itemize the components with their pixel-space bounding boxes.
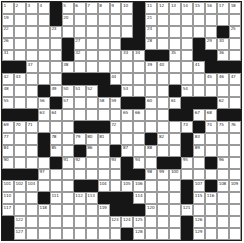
white-cell[interactable]: 78: [50, 133, 62, 145]
white-cell[interactable]: 17: [217, 2, 229, 14]
white-cell[interactable]: 27: [74, 38, 86, 50]
white-cell[interactable]: 63: [38, 109, 50, 121]
white-cell[interactable]: [26, 85, 38, 97]
white-cell[interactable]: [205, 204, 217, 216]
white-cell[interactable]: 54: [181, 85, 193, 97]
white-cell[interactable]: 113: [86, 192, 98, 204]
white-cell[interactable]: 76: [229, 121, 241, 133]
white-cell[interactable]: 103: [26, 180, 38, 192]
white-cell[interactable]: [86, 38, 98, 50]
white-cell[interactable]: 58: [98, 97, 110, 109]
white-cell[interactable]: 86: [86, 145, 98, 157]
white-cell[interactable]: 82: [157, 133, 169, 145]
white-cell[interactable]: [62, 133, 74, 145]
white-cell[interactable]: [98, 14, 110, 26]
white-cell[interactable]: 121: [181, 204, 193, 216]
white-cell[interactable]: [110, 38, 122, 50]
white-cell[interactable]: 74: [205, 121, 217, 133]
white-cell[interactable]: [157, 97, 169, 109]
white-cell[interactable]: 64: [50, 109, 62, 121]
white-cell[interactable]: 20: [62, 14, 74, 26]
white-cell[interactable]: 116: [205, 192, 217, 204]
white-cell[interactable]: [229, 50, 241, 62]
white-cell[interactable]: [169, 121, 181, 133]
white-cell[interactable]: [38, 180, 50, 192]
white-cell[interactable]: [86, 50, 98, 62]
white-cell[interactable]: [50, 38, 62, 50]
white-cell[interactable]: 118: [38, 204, 50, 216]
white-cell[interactable]: [169, 73, 181, 85]
white-cell[interactable]: 109: [229, 180, 241, 192]
white-cell[interactable]: 45: [205, 73, 217, 85]
white-cell[interactable]: 105: [121, 180, 133, 192]
white-cell[interactable]: 75: [217, 121, 229, 133]
white-cell[interactable]: 19: [2, 14, 14, 26]
white-cell[interactable]: [145, 228, 157, 240]
white-cell[interactable]: [74, 61, 86, 73]
white-cell[interactable]: [229, 192, 241, 204]
white-cell[interactable]: 120: [145, 204, 157, 216]
white-cell[interactable]: 117: [2, 204, 14, 216]
white-cell[interactable]: 31: [2, 50, 14, 62]
white-cell[interactable]: [74, 14, 86, 26]
white-cell[interactable]: [62, 26, 74, 38]
white-cell[interactable]: [26, 97, 38, 109]
white-cell[interactable]: 81: [98, 133, 110, 145]
white-cell[interactable]: [62, 121, 74, 133]
white-cell[interactable]: [229, 216, 241, 228]
white-cell[interactable]: 85: [50, 145, 62, 157]
white-cell[interactable]: 18: [229, 2, 241, 14]
white-cell[interactable]: [157, 192, 169, 204]
white-cell[interactable]: [86, 97, 98, 109]
white-cell[interactable]: [205, 133, 217, 145]
white-cell[interactable]: [62, 204, 74, 216]
white-cell[interactable]: [110, 61, 122, 73]
white-cell[interactable]: [86, 216, 98, 228]
white-cell[interactable]: [121, 26, 133, 38]
white-cell[interactable]: 46: [217, 73, 229, 85]
white-cell[interactable]: 68: [205, 109, 217, 121]
white-cell[interactable]: 16: [205, 2, 217, 14]
white-cell[interactable]: [205, 26, 217, 38]
white-cell[interactable]: 96: [217, 157, 229, 169]
white-cell[interactable]: [205, 228, 217, 240]
white-cell[interactable]: 126: [193, 216, 205, 228]
white-cell[interactable]: [217, 133, 229, 145]
white-cell[interactable]: 108: [217, 180, 229, 192]
white-cell[interactable]: [98, 145, 110, 157]
white-cell[interactable]: 66: [133, 109, 145, 121]
white-cell[interactable]: 36: [217, 50, 229, 62]
white-cell[interactable]: [157, 204, 169, 216]
white-cell[interactable]: [98, 61, 110, 73]
white-cell[interactable]: 57: [62, 97, 74, 109]
white-cell[interactable]: 79: [74, 133, 86, 145]
white-cell[interactable]: 15: [193, 2, 205, 14]
white-cell[interactable]: 90: [2, 157, 14, 169]
white-cell[interactable]: [38, 61, 50, 73]
white-cell[interactable]: 125: [133, 216, 145, 228]
white-cell[interactable]: [14, 204, 26, 216]
white-cell[interactable]: [62, 228, 74, 240]
white-cell[interactable]: [86, 228, 98, 240]
white-cell[interactable]: [26, 133, 38, 145]
white-cell[interactable]: [229, 14, 241, 26]
white-cell[interactable]: [169, 228, 181, 240]
white-cell[interactable]: [110, 109, 122, 121]
white-cell[interactable]: 48: [2, 85, 14, 97]
white-cell[interactable]: 84: [2, 145, 14, 157]
white-cell[interactable]: [86, 204, 98, 216]
white-cell[interactable]: [193, 169, 205, 181]
white-cell[interactable]: 89: [193, 145, 205, 157]
white-cell[interactable]: [205, 145, 217, 157]
white-cell[interactable]: [26, 145, 38, 157]
white-cell[interactable]: [50, 61, 62, 73]
white-cell[interactable]: [157, 216, 169, 228]
white-cell[interactable]: [74, 228, 86, 240]
white-cell[interactable]: [121, 133, 133, 145]
white-cell[interactable]: [217, 216, 229, 228]
white-cell[interactable]: [110, 26, 122, 38]
white-cell[interactable]: 2: [14, 2, 26, 14]
white-cell[interactable]: [217, 228, 229, 240]
white-cell[interactable]: [74, 216, 86, 228]
white-cell[interactable]: [169, 14, 181, 26]
white-cell[interactable]: 94: [133, 157, 145, 169]
white-cell[interactable]: [205, 169, 217, 181]
white-cell[interactable]: 80: [86, 133, 98, 145]
white-cell[interactable]: [98, 109, 110, 121]
white-cell[interactable]: [133, 121, 145, 133]
white-cell[interactable]: [62, 109, 74, 121]
white-cell[interactable]: 99: [157, 169, 169, 181]
white-cell[interactable]: [217, 169, 229, 181]
white-cell[interactable]: [110, 228, 122, 240]
white-cell[interactable]: [145, 180, 157, 192]
white-cell[interactable]: [14, 50, 26, 62]
white-cell[interactable]: 93: [110, 157, 122, 169]
white-cell[interactable]: 91: [62, 157, 74, 169]
white-cell[interactable]: [38, 73, 50, 85]
white-cell[interactable]: [86, 26, 98, 38]
white-cell[interactable]: 70: [14, 121, 26, 133]
white-cell[interactable]: [145, 73, 157, 85]
white-cell[interactable]: [229, 145, 241, 157]
white-cell[interactable]: [50, 73, 62, 85]
white-cell[interactable]: 122: [14, 216, 26, 228]
white-cell[interactable]: [74, 109, 86, 121]
white-cell[interactable]: 72: [110, 121, 122, 133]
white-cell[interactable]: [229, 157, 241, 169]
white-cell[interactable]: 129: [193, 228, 205, 240]
white-cell[interactable]: 1: [2, 2, 14, 14]
white-cell[interactable]: 4: [38, 2, 50, 14]
white-cell[interactable]: [145, 192, 157, 204]
white-cell[interactable]: [157, 38, 169, 50]
white-cell[interactable]: [181, 50, 193, 62]
white-cell[interactable]: 71: [26, 121, 38, 133]
white-cell[interactable]: 39: [145, 61, 157, 73]
white-cell[interactable]: [169, 204, 181, 216]
white-cell[interactable]: [38, 38, 50, 50]
white-cell[interactable]: [38, 157, 50, 169]
white-cell[interactable]: [229, 85, 241, 97]
white-cell[interactable]: [217, 85, 229, 97]
white-cell[interactable]: [62, 169, 74, 181]
white-cell[interactable]: [157, 14, 169, 26]
white-cell[interactable]: [157, 228, 169, 240]
white-cell[interactable]: [38, 216, 50, 228]
white-cell[interactable]: [98, 38, 110, 50]
white-cell[interactable]: [110, 50, 122, 62]
white-cell[interactable]: [86, 61, 98, 73]
white-cell[interactable]: 29: [205, 38, 217, 50]
white-cell[interactable]: [169, 61, 181, 73]
white-cell[interactable]: [205, 216, 217, 228]
white-cell[interactable]: [62, 145, 74, 157]
white-cell[interactable]: [38, 228, 50, 240]
white-cell[interactable]: [74, 204, 86, 216]
white-cell[interactable]: 51: [74, 85, 86, 97]
white-cell[interactable]: [110, 169, 122, 181]
white-cell[interactable]: [14, 133, 26, 145]
white-cell[interactable]: [145, 109, 157, 121]
white-cell[interactable]: 124: [121, 216, 133, 228]
white-cell[interactable]: [38, 14, 50, 26]
white-cell[interactable]: 77: [2, 133, 14, 145]
white-cell[interactable]: 127: [14, 228, 26, 240]
white-cell[interactable]: [229, 97, 241, 109]
white-cell[interactable]: [26, 157, 38, 169]
white-cell[interactable]: 53: [121, 85, 133, 97]
white-cell[interactable]: 28: [145, 38, 157, 50]
white-cell[interactable]: [26, 26, 38, 38]
white-cell[interactable]: 44: [110, 73, 122, 85]
white-cell[interactable]: 111: [50, 192, 62, 204]
white-cell[interactable]: [193, 204, 205, 216]
white-cell[interactable]: 49: [50, 85, 62, 97]
white-cell[interactable]: [121, 121, 133, 133]
white-cell[interactable]: 41: [193, 61, 205, 73]
white-cell[interactable]: [50, 169, 62, 181]
white-cell[interactable]: [193, 157, 205, 169]
white-cell[interactable]: 67: [193, 109, 205, 121]
white-cell[interactable]: 25: [229, 26, 241, 38]
white-cell[interactable]: [169, 38, 181, 50]
white-cell[interactable]: [157, 180, 169, 192]
white-cell[interactable]: 92: [74, 157, 86, 169]
white-cell[interactable]: [86, 109, 98, 121]
white-cell[interactable]: 38: [62, 61, 74, 73]
white-cell[interactable]: 87: [121, 145, 133, 157]
white-cell[interactable]: [169, 216, 181, 228]
white-cell[interactable]: 128: [133, 228, 145, 240]
white-cell[interactable]: 112: [74, 192, 86, 204]
white-cell[interactable]: 23: [50, 26, 62, 38]
white-cell[interactable]: [217, 192, 229, 204]
white-cell[interactable]: [145, 85, 157, 97]
white-cell[interactable]: [193, 14, 205, 26]
white-cell[interactable]: [98, 50, 110, 62]
white-cell[interactable]: 69: [2, 121, 14, 133]
white-cell[interactable]: 52: [86, 85, 98, 97]
white-cell[interactable]: [157, 73, 169, 85]
white-cell[interactable]: [133, 145, 145, 157]
white-cell[interactable]: 95: [181, 157, 193, 169]
white-cell[interactable]: [26, 38, 38, 50]
white-cell[interactable]: 56: [38, 97, 50, 109]
white-cell[interactable]: [14, 157, 26, 169]
white-cell[interactable]: 60: [145, 97, 157, 109]
white-cell[interactable]: [145, 216, 157, 228]
white-cell[interactable]: [86, 14, 98, 26]
white-cell[interactable]: [169, 192, 181, 204]
white-cell[interactable]: [157, 121, 169, 133]
white-cell[interactable]: [121, 14, 133, 26]
white-cell[interactable]: [38, 121, 50, 133]
white-cell[interactable]: 3: [26, 2, 38, 14]
white-cell[interactable]: 62: [217, 97, 229, 109]
white-cell[interactable]: [86, 157, 98, 169]
white-cell[interactable]: 10: [121, 2, 133, 14]
white-cell[interactable]: [181, 38, 193, 50]
white-cell[interactable]: 97: [38, 169, 50, 181]
white-cell[interactable]: 55: [2, 97, 14, 109]
white-cell[interactable]: [50, 50, 62, 62]
white-cell[interactable]: [229, 204, 241, 216]
white-cell[interactable]: 35: [169, 50, 181, 62]
white-cell[interactable]: [14, 26, 26, 38]
white-cell[interactable]: [14, 145, 26, 157]
white-cell[interactable]: [14, 85, 26, 97]
white-cell[interactable]: [193, 73, 205, 85]
white-cell[interactable]: [14, 38, 26, 50]
white-cell[interactable]: [193, 26, 205, 38]
white-cell[interactable]: [229, 133, 241, 145]
white-cell[interactable]: 88: [145, 145, 157, 157]
white-cell[interactable]: 43: [14, 73, 26, 85]
white-cell[interactable]: [133, 61, 145, 73]
white-cell[interactable]: 26: [2, 38, 14, 50]
white-cell[interactable]: 9: [110, 2, 122, 14]
white-cell[interactable]: [26, 50, 38, 62]
white-cell[interactable]: 24: [145, 26, 157, 38]
white-cell[interactable]: 83: [193, 133, 205, 145]
white-cell[interactable]: [110, 14, 122, 26]
white-cell[interactable]: [26, 192, 38, 204]
white-cell[interactable]: [26, 14, 38, 26]
white-cell[interactable]: 73: [181, 121, 193, 133]
white-cell[interactable]: 11: [145, 2, 157, 14]
white-cell[interactable]: [74, 169, 86, 181]
white-cell[interactable]: 98: [145, 169, 157, 181]
white-cell[interactable]: 13: [169, 2, 181, 14]
white-cell[interactable]: [50, 180, 62, 192]
white-cell[interactable]: 12: [157, 2, 169, 14]
white-cell[interactable]: [133, 85, 145, 97]
white-cell[interactable]: [205, 85, 217, 97]
white-cell[interactable]: [217, 14, 229, 26]
white-cell[interactable]: 107: [193, 180, 205, 192]
white-cell[interactable]: [229, 228, 241, 240]
white-cell[interactable]: [157, 109, 169, 121]
white-cell[interactable]: [50, 121, 62, 133]
white-cell[interactable]: 104: [98, 180, 110, 192]
white-cell[interactable]: [98, 228, 110, 240]
white-cell[interactable]: 114: [133, 192, 145, 204]
white-cell[interactable]: [157, 26, 169, 38]
white-cell[interactable]: [145, 121, 157, 133]
white-cell[interactable]: 37: [26, 61, 38, 73]
white-cell[interactable]: [50, 228, 62, 240]
white-cell[interactable]: 42: [2, 73, 14, 85]
white-cell[interactable]: [217, 145, 229, 157]
white-cell[interactable]: [98, 26, 110, 38]
white-cell[interactable]: [98, 216, 110, 228]
white-cell[interactable]: [169, 180, 181, 192]
white-cell[interactable]: [26, 204, 38, 216]
white-cell[interactable]: [181, 14, 193, 26]
white-cell[interactable]: 34: [133, 50, 145, 62]
white-cell[interactable]: [145, 157, 157, 169]
white-cell[interactable]: 110: [2, 192, 14, 204]
white-cell[interactable]: 8: [98, 2, 110, 14]
white-cell[interactable]: [157, 85, 169, 97]
white-cell[interactable]: 5: [62, 2, 74, 14]
white-cell[interactable]: [229, 169, 241, 181]
white-cell[interactable]: [62, 180, 74, 192]
white-cell[interactable]: 119: [98, 204, 110, 216]
white-cell[interactable]: [229, 38, 241, 50]
white-cell[interactable]: [74, 97, 86, 109]
white-cell[interactable]: [181, 26, 193, 38]
white-cell[interactable]: [26, 216, 38, 228]
white-cell[interactable]: 32: [74, 50, 86, 62]
white-cell[interactable]: [14, 97, 26, 109]
white-cell[interactable]: [50, 204, 62, 216]
white-cell[interactable]: 65: [121, 109, 133, 121]
white-cell[interactable]: [169, 26, 181, 38]
white-cell[interactable]: [38, 26, 50, 38]
white-cell[interactable]: [98, 169, 110, 181]
white-cell[interactable]: [14, 192, 26, 204]
white-cell[interactable]: [62, 216, 74, 228]
white-cell[interactable]: [62, 192, 74, 204]
white-cell[interactable]: 47: [229, 73, 241, 85]
white-cell[interactable]: 100: [169, 169, 181, 181]
white-cell[interactable]: [133, 133, 145, 145]
white-cell[interactable]: [26, 228, 38, 240]
white-cell[interactable]: 7: [86, 2, 98, 14]
white-cell[interactable]: [26, 73, 38, 85]
white-cell[interactable]: 102: [14, 180, 26, 192]
white-cell[interactable]: [86, 169, 98, 181]
white-cell[interactable]: 33: [121, 50, 133, 62]
white-cell[interactable]: [14, 14, 26, 26]
white-cell[interactable]: [169, 133, 181, 145]
white-cell[interactable]: 106: [133, 180, 145, 192]
white-cell[interactable]: [74, 26, 86, 38]
white-cell[interactable]: [121, 73, 133, 85]
white-cell[interactable]: 22: [2, 26, 14, 38]
white-cell[interactable]: [181, 73, 193, 85]
white-cell[interactable]: [217, 204, 229, 216]
white-cell[interactable]: [110, 180, 122, 192]
white-cell[interactable]: 14: [181, 2, 193, 14]
white-cell[interactable]: 50: [62, 85, 74, 97]
